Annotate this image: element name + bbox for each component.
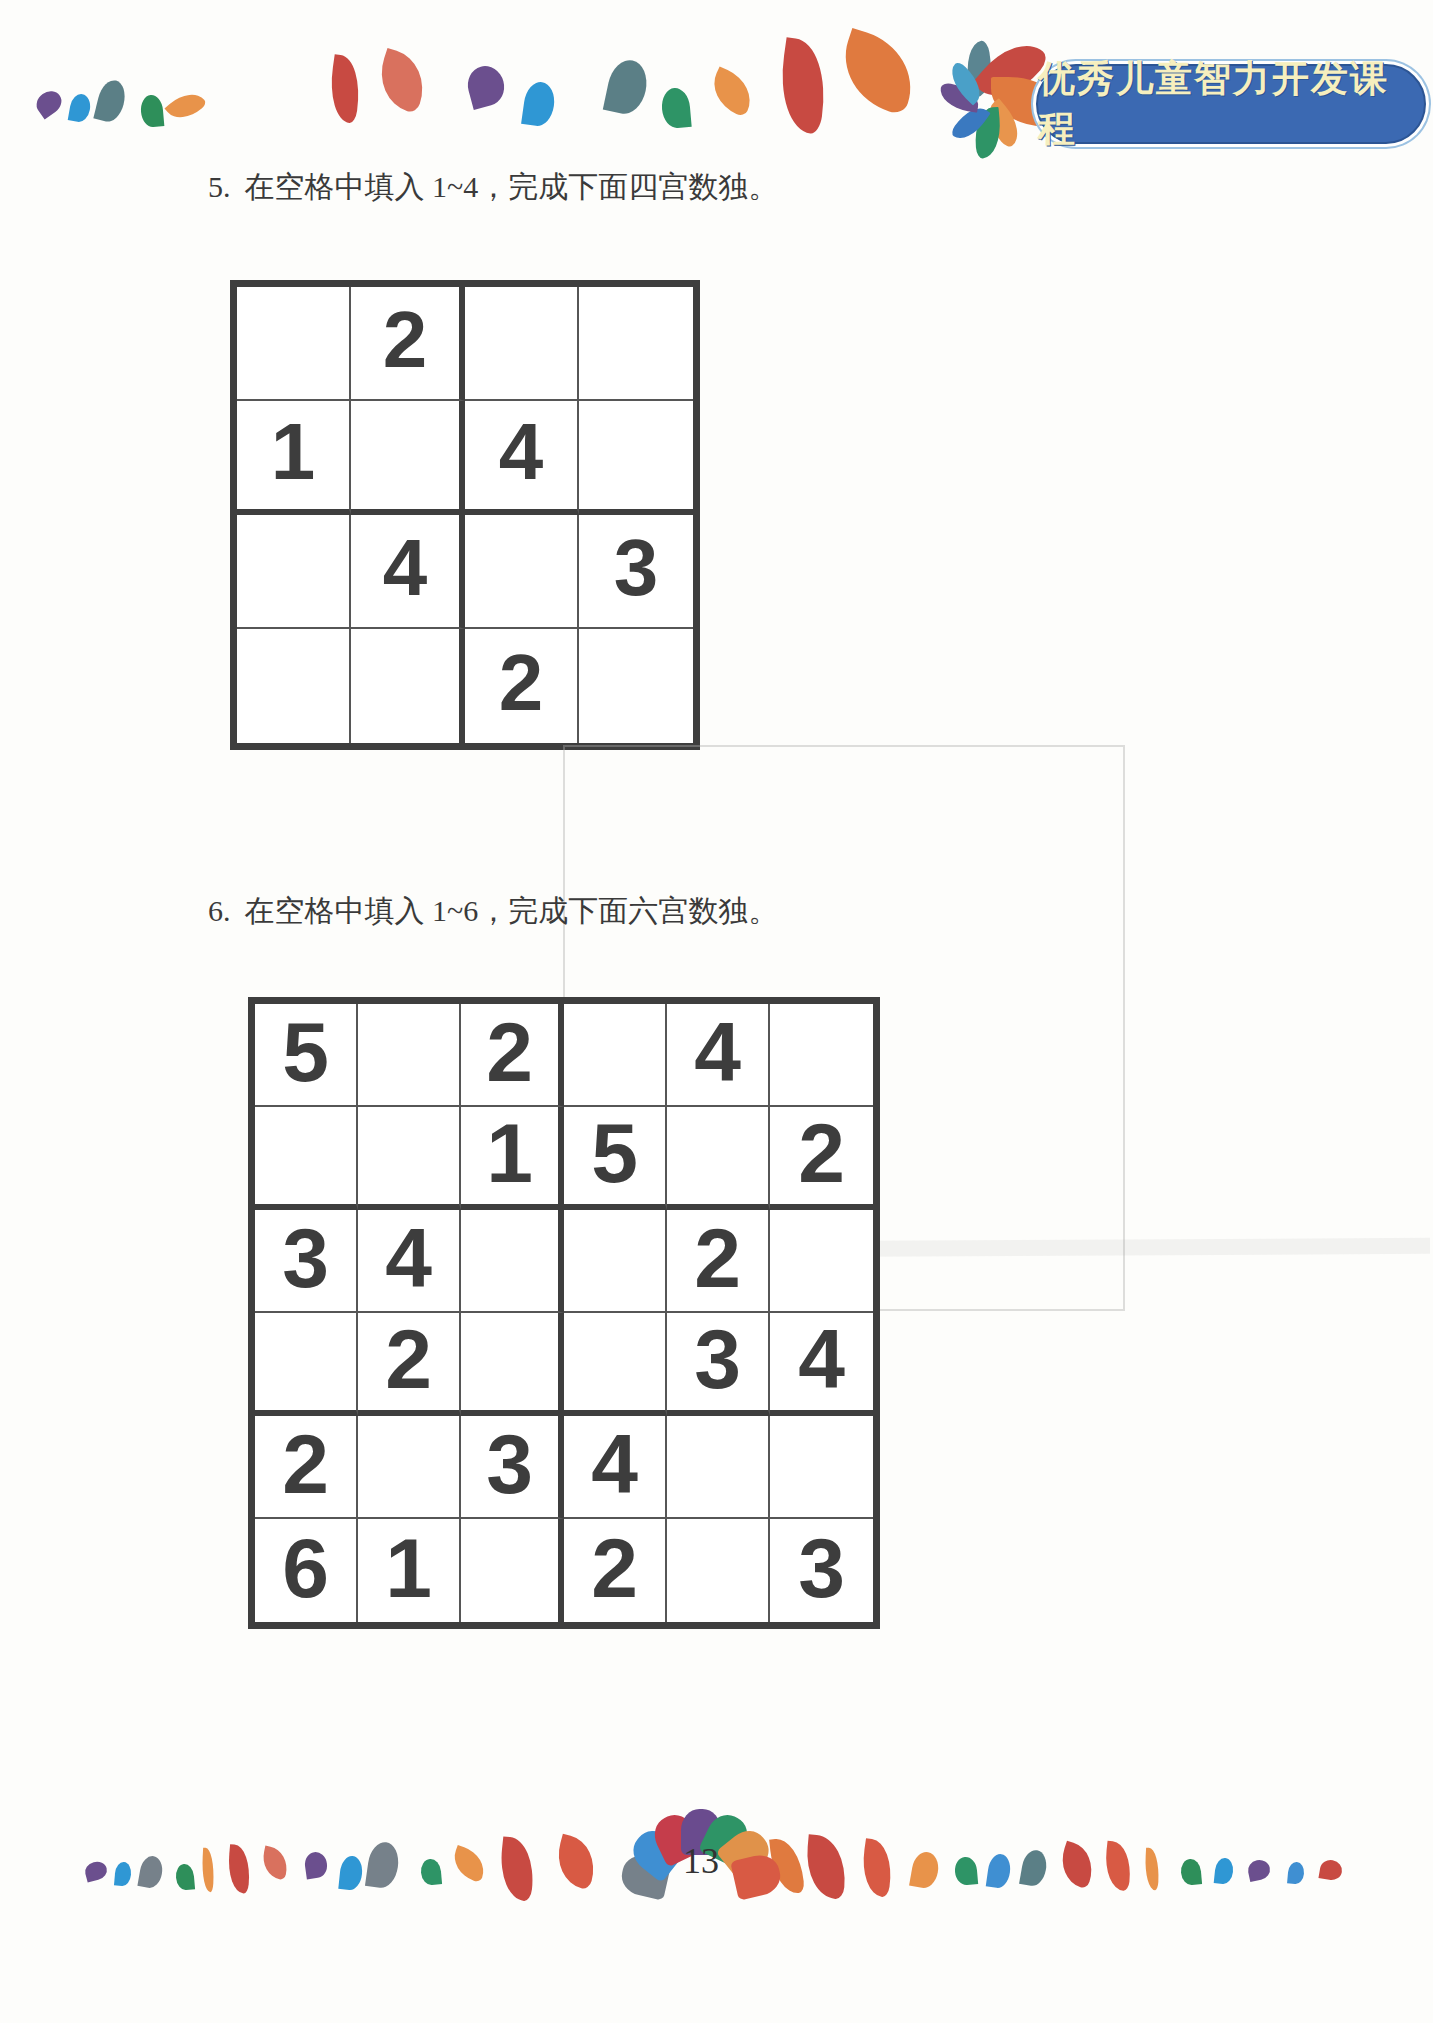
petal-decoration [704, 66, 759, 117]
four-grid-sudoku-cell-r4c3: 2 [465, 629, 579, 743]
six-grid-sudoku-cell-r5c5[interactable] [667, 1416, 770, 1519]
workbook-page: { "header": { "badge_text": "优秀儿童智力开发课程"… [0, 0, 1433, 2023]
six-grid-sudoku-cell-r1c2[interactable] [358, 1004, 461, 1107]
six-grid-sudoku-cell-r5c3: 3 [461, 1416, 564, 1519]
four-grid-sudoku-cell-r2c3: 4 [465, 401, 579, 515]
four-grid-sudoku-cell-r1c1[interactable] [237, 287, 351, 401]
petal-decoration [550, 1834, 601, 1891]
four-grid-sudoku-cell-r3c4: 3 [579, 515, 693, 629]
petal-decoration [164, 85, 207, 127]
petal-decoration [137, 1854, 164, 1889]
problem-6-heading: 6.在空格中填入 1~6，完成下面六宫数独。 [208, 891, 778, 932]
six-grid-sudoku-cell-r3c5: 2 [667, 1210, 770, 1313]
six-grid-sudoku-cell-r1c6[interactable] [770, 1004, 873, 1107]
four-grid-sudoku-cell-r1c4[interactable] [579, 287, 693, 401]
six-grid-sudoku-cell-r4c2: 2 [358, 1313, 461, 1416]
petal-decoration [32, 87, 66, 120]
petal-decoration [1103, 1841, 1134, 1891]
six-grid-sudoku-cell-r3c1: 3 [255, 1210, 358, 1313]
petal-decoration [1246, 1858, 1272, 1882]
six-grid-sudoku-cell-r2c1[interactable] [255, 1107, 358, 1210]
petal-decoration [831, 28, 924, 116]
six-grid-sudoku-cell-r6c5[interactable] [667, 1519, 770, 1622]
petal-decoration [497, 1836, 537, 1901]
six-grid-sudoku-cell-r2c2[interactable] [358, 1107, 461, 1210]
petal-decoration [259, 1846, 291, 1881]
six-grid-sudoku-cell-r6c1: 6 [255, 1519, 358, 1622]
petal-decoration [803, 1834, 848, 1899]
problem-5-instruction: 在空格中填入 1~4，完成下面四宫数独。 [245, 170, 779, 203]
page-number: 13 [671, 1840, 731, 1882]
petal-decoration [1055, 1841, 1100, 1890]
problem-5-number: 5. [208, 170, 231, 203]
petal-decoration [338, 1855, 363, 1891]
petal-decoration [68, 92, 93, 123]
six-grid-sudoku-cell-r1c5: 4 [667, 1004, 770, 1107]
four-grid-sudoku-cell-r4c1[interactable] [237, 629, 351, 743]
petal-decoration [93, 77, 128, 124]
four-grid-sudoku-cell-r2c1: 1 [237, 401, 351, 515]
four-grid-sudoku-cell-r4c4[interactable] [579, 629, 693, 743]
six-grid-sudoku-cell-r5c1: 2 [255, 1416, 358, 1519]
four-grid-sudoku-cell-r1c2: 2 [351, 287, 465, 401]
six-grid-sudoku-cell-r4c5: 3 [667, 1313, 770, 1416]
petal-decoration [175, 1863, 195, 1890]
four-grid-sudoku-cell-r2c4[interactable] [579, 401, 693, 515]
six-grid-sudoku-cell-r4c3[interactable] [461, 1313, 564, 1416]
six-grid-sudoku-cell-r2c3: 1 [461, 1107, 564, 1210]
six-grid-sudoku-cell-r1c3: 2 [461, 1004, 564, 1107]
problem-6-instruction: 在空格中填入 1~6，完成下面六宫数独。 [245, 894, 779, 927]
six-grid-sudoku-cell-r1c1: 5 [255, 1004, 358, 1107]
four-grid-sudoku-cell-r3c3[interactable] [465, 515, 579, 629]
petal-decoration [909, 1850, 941, 1890]
petal-decoration [774, 37, 832, 135]
header-badge-label: 优秀儿童智力开发课程 [1038, 54, 1424, 154]
petal-decoration [1214, 1857, 1235, 1885]
petal-decoration [371, 48, 433, 114]
six-grid-sudoku-cell-r5c4: 4 [564, 1416, 667, 1519]
six-grid-sudoku-cell-r2c5[interactable] [667, 1107, 770, 1210]
petal-decoration [603, 57, 651, 118]
problem-6-number: 6. [208, 894, 231, 927]
four-grid-sudoku-cell-r3c1[interactable] [237, 515, 351, 629]
petal-decoration [1287, 1861, 1305, 1884]
petal-decoration [986, 1853, 1013, 1890]
petal-decoration [226, 1844, 252, 1894]
petal-decoration [420, 1858, 442, 1886]
six-grid-sudoku-cell-r1c4[interactable] [564, 1004, 667, 1107]
four-grid-sudoku-cell-r3c2: 4 [351, 515, 465, 629]
header-badge: 优秀儿童智力开发课程 [1036, 64, 1426, 144]
petal-decoration [660, 87, 691, 129]
sudoku-4x4-grid: 214432 [230, 280, 700, 750]
petal-decoration [521, 80, 557, 128]
petal-decoration [114, 1861, 132, 1886]
six-grid-sudoku-cell-r3c4[interactable] [564, 1210, 667, 1313]
petal-decoration [326, 54, 365, 124]
six-grid-sudoku-cell-r6c6: 3 [770, 1519, 873, 1622]
petal-decoration [463, 62, 508, 110]
six-grid-sudoku-cell-r6c2: 1 [358, 1519, 461, 1622]
petal-decoration [1019, 1848, 1049, 1888]
petal-decoration [858, 1838, 896, 1898]
six-grid-sudoku-cell-r6c3[interactable] [461, 1519, 564, 1622]
six-grid-sudoku-cell-r2c6: 2 [770, 1107, 873, 1210]
six-grid-sudoku-cell-r2c4: 5 [564, 1107, 667, 1210]
six-grid-sudoku-cell-r4c1[interactable] [255, 1313, 358, 1416]
six-grid-sudoku-cell-r5c6[interactable] [770, 1416, 873, 1519]
petal-decoration [83, 1859, 109, 1882]
petal-decoration [303, 1851, 328, 1880]
six-grid-sudoku-cell-r5c2[interactable] [358, 1416, 461, 1519]
six-grid-sudoku-cell-r3c6[interactable] [770, 1210, 873, 1313]
six-grid-sudoku-cell-r4c6: 4 [770, 1313, 873, 1416]
four-grid-sudoku-cell-r4c2[interactable] [351, 629, 465, 743]
petal-decoration [201, 1848, 215, 1893]
problem-5-heading: 5.在空格中填入 1~4，完成下面四宫数独。 [208, 167, 778, 208]
petal-decoration [365, 1840, 401, 1890]
petal-decoration [1144, 1848, 1160, 1891]
four-grid-sudoku-cell-r2c2[interactable] [351, 401, 465, 515]
petal-decoration [954, 1856, 978, 1886]
six-grid-sudoku-cell-r3c2: 4 [358, 1210, 461, 1313]
six-grid-sudoku-cell-r4c4[interactable] [564, 1313, 667, 1416]
six-grid-sudoku-cell-r3c3[interactable] [461, 1210, 564, 1313]
petal-decoration [448, 1845, 490, 1883]
petal-decoration [1180, 1858, 1202, 1886]
sudoku-6x6-grid: 5241523422342346123 [248, 997, 880, 1629]
four-grid-sudoku-cell-r1c3[interactable] [465, 287, 579, 401]
petal-decoration [1318, 1858, 1343, 1882]
six-grid-sudoku-cell-r6c4: 2 [564, 1519, 667, 1622]
petal-decoration [140, 94, 165, 128]
